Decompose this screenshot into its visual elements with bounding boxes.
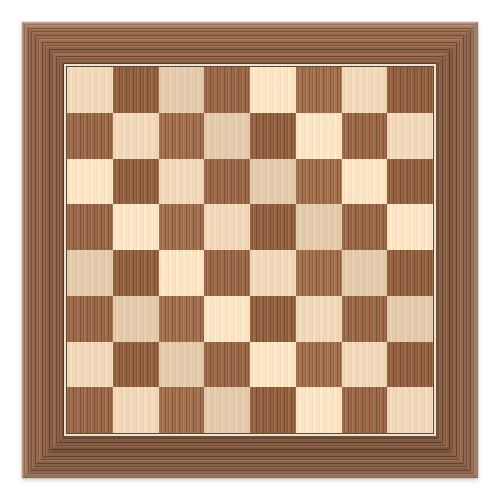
square-g7[interactable]	[342, 113, 388, 159]
square-c7[interactable]	[159, 113, 205, 159]
product-photo-background	[0, 0, 500, 500]
square-h5[interactable]	[387, 204, 433, 250]
square-h6[interactable]	[387, 159, 433, 205]
square-d8[interactable]	[204, 67, 250, 113]
square-e1[interactable]	[250, 387, 296, 433]
frame-right-rail	[436, 22, 478, 478]
frame-left-rail	[22, 22, 64, 478]
square-g2[interactable]	[342, 342, 388, 388]
square-f2[interactable]	[296, 342, 342, 388]
square-f8[interactable]	[296, 67, 342, 113]
square-a3[interactable]	[67, 296, 113, 342]
square-h3[interactable]	[387, 296, 433, 342]
square-c2[interactable]	[159, 342, 205, 388]
square-e3[interactable]	[250, 296, 296, 342]
square-f4[interactable]	[296, 250, 342, 296]
square-d2[interactable]	[204, 342, 250, 388]
square-d7[interactable]	[204, 113, 250, 159]
square-f5[interactable]	[296, 204, 342, 250]
frame-bottom-rail	[22, 436, 478, 478]
square-d6[interactable]	[204, 159, 250, 205]
square-g1[interactable]	[342, 387, 388, 433]
square-g6[interactable]	[342, 159, 388, 205]
square-b3[interactable]	[113, 296, 159, 342]
playing-area	[67, 67, 433, 433]
square-e5[interactable]	[250, 204, 296, 250]
square-a5[interactable]	[67, 204, 113, 250]
square-a4[interactable]	[67, 250, 113, 296]
square-b1[interactable]	[113, 387, 159, 433]
square-h7[interactable]	[387, 113, 433, 159]
square-d3[interactable]	[204, 296, 250, 342]
square-a7[interactable]	[67, 113, 113, 159]
square-b6[interactable]	[113, 159, 159, 205]
square-b5[interactable]	[113, 204, 159, 250]
frame-inlay-pinstripe	[64, 64, 436, 436]
square-h4[interactable]	[387, 250, 433, 296]
square-d5[interactable]	[204, 204, 250, 250]
square-a1[interactable]	[67, 387, 113, 433]
square-e4[interactable]	[250, 250, 296, 296]
square-c8[interactable]	[159, 67, 205, 113]
square-e8[interactable]	[250, 67, 296, 113]
frame-top-rail	[22, 22, 478, 64]
square-e7[interactable]	[250, 113, 296, 159]
square-c6[interactable]	[159, 159, 205, 205]
square-c4[interactable]	[159, 250, 205, 296]
frame-inlay-dark-line	[66, 66, 434, 434]
square-e2[interactable]	[250, 342, 296, 388]
square-d1[interactable]	[204, 387, 250, 433]
chessboard	[22, 22, 478, 478]
square-c1[interactable]	[159, 387, 205, 433]
square-b7[interactable]	[113, 113, 159, 159]
square-d4[interactable]	[204, 250, 250, 296]
square-g5[interactable]	[342, 204, 388, 250]
square-a8[interactable]	[67, 67, 113, 113]
square-c5[interactable]	[159, 204, 205, 250]
square-f6[interactable]	[296, 159, 342, 205]
square-h8[interactable]	[387, 67, 433, 113]
square-h2[interactable]	[387, 342, 433, 388]
square-g8[interactable]	[342, 67, 388, 113]
square-f3[interactable]	[296, 296, 342, 342]
square-b8[interactable]	[113, 67, 159, 113]
square-a2[interactable]	[67, 342, 113, 388]
square-f7[interactable]	[296, 113, 342, 159]
square-a6[interactable]	[67, 159, 113, 205]
square-b4[interactable]	[113, 250, 159, 296]
square-f1[interactable]	[296, 387, 342, 433]
square-h1[interactable]	[387, 387, 433, 433]
square-g4[interactable]	[342, 250, 388, 296]
square-g3[interactable]	[342, 296, 388, 342]
square-c3[interactable]	[159, 296, 205, 342]
square-e6[interactable]	[250, 159, 296, 205]
square-b2[interactable]	[113, 342, 159, 388]
